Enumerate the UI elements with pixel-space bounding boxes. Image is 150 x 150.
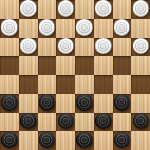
black-piece[interactable] bbox=[1, 94, 18, 111]
square-r2c7[interactable] bbox=[131, 38, 150, 57]
white-piece[interactable] bbox=[132, 0, 149, 17]
square-r4c0[interactable] bbox=[0, 75, 19, 94]
square-r4c2[interactable] bbox=[38, 75, 57, 94]
black-piece[interactable] bbox=[39, 94, 56, 111]
square-r4c7[interactable] bbox=[131, 75, 150, 94]
square-r6c5[interactable] bbox=[94, 113, 113, 132]
black-piece[interactable] bbox=[95, 113, 112, 130]
square-r5c7[interactable] bbox=[131, 94, 150, 113]
square-r6c0[interactable] bbox=[0, 113, 19, 132]
black-piece[interactable] bbox=[114, 132, 131, 149]
square-r3c1[interactable] bbox=[19, 56, 38, 75]
square-r3c0[interactable] bbox=[0, 56, 19, 75]
white-piece[interactable] bbox=[57, 38, 74, 55]
square-r4c6[interactable] bbox=[113, 75, 132, 94]
square-r0c5[interactable] bbox=[94, 0, 113, 19]
white-piece[interactable] bbox=[20, 38, 37, 55]
square-r4c4[interactable] bbox=[75, 75, 94, 94]
white-piece[interactable] bbox=[20, 0, 37, 17]
square-r7c4[interactable] bbox=[75, 131, 94, 150]
square-r2c0[interactable] bbox=[0, 38, 19, 57]
square-r6c4[interactable] bbox=[75, 113, 94, 132]
square-r3c6[interactable] bbox=[113, 56, 132, 75]
square-r7c6[interactable] bbox=[113, 131, 132, 150]
square-r1c4[interactable] bbox=[75, 19, 94, 38]
square-r2c3[interactable] bbox=[56, 38, 75, 57]
square-r6c1[interactable] bbox=[19, 113, 38, 132]
square-r2c1[interactable] bbox=[19, 38, 38, 57]
square-r2c4[interactable] bbox=[75, 38, 94, 57]
square-r1c3[interactable] bbox=[56, 19, 75, 38]
square-r1c7[interactable] bbox=[131, 19, 150, 38]
black-piece[interactable] bbox=[76, 94, 93, 111]
square-r0c4[interactable] bbox=[75, 0, 94, 19]
square-r1c0[interactable] bbox=[0, 19, 19, 38]
square-r6c2[interactable] bbox=[38, 113, 57, 132]
square-r0c0[interactable] bbox=[0, 0, 19, 19]
square-r6c7[interactable] bbox=[131, 113, 150, 132]
square-r2c5[interactable] bbox=[94, 38, 113, 57]
square-r5c2[interactable] bbox=[38, 94, 57, 113]
black-piece[interactable] bbox=[39, 132, 56, 149]
square-r5c4[interactable] bbox=[75, 94, 94, 113]
square-r2c6[interactable] bbox=[113, 38, 132, 57]
square-r2c2[interactable] bbox=[38, 38, 57, 57]
square-r0c3[interactable] bbox=[56, 0, 75, 19]
white-piece[interactable] bbox=[57, 0, 74, 17]
square-r1c2[interactable] bbox=[38, 19, 57, 38]
square-r0c6[interactable] bbox=[113, 0, 132, 19]
black-piece[interactable] bbox=[76, 132, 93, 149]
square-r7c7[interactable] bbox=[131, 131, 150, 150]
square-r7c2[interactable] bbox=[38, 131, 57, 150]
square-r4c5[interactable] bbox=[94, 75, 113, 94]
square-r6c6[interactable] bbox=[113, 113, 132, 132]
square-r3c7[interactable] bbox=[131, 56, 150, 75]
square-r5c3[interactable] bbox=[56, 94, 75, 113]
square-r6c3[interactable] bbox=[56, 113, 75, 132]
square-r0c7[interactable] bbox=[131, 0, 150, 19]
square-r1c5[interactable] bbox=[94, 19, 113, 38]
square-r3c5[interactable] bbox=[94, 56, 113, 75]
square-r7c1[interactable] bbox=[19, 131, 38, 150]
white-piece[interactable] bbox=[39, 19, 56, 36]
square-r7c3[interactable] bbox=[56, 131, 75, 150]
square-r3c4[interactable] bbox=[75, 56, 94, 75]
white-piece[interactable] bbox=[95, 38, 112, 55]
black-piece[interactable] bbox=[20, 113, 37, 130]
square-r0c2[interactable] bbox=[38, 0, 57, 19]
square-r3c2[interactable] bbox=[38, 56, 57, 75]
square-r3c3[interactable] bbox=[56, 56, 75, 75]
black-piece[interactable] bbox=[57, 113, 74, 130]
black-piece[interactable] bbox=[1, 132, 18, 149]
white-piece[interactable] bbox=[132, 38, 149, 55]
square-r5c5[interactable] bbox=[94, 94, 113, 113]
black-piece[interactable] bbox=[132, 113, 149, 130]
square-r7c0[interactable] bbox=[0, 131, 19, 150]
white-piece[interactable] bbox=[114, 19, 131, 36]
checkers-board bbox=[0, 0, 150, 150]
square-r4c1[interactable] bbox=[19, 75, 38, 94]
square-r5c1[interactable] bbox=[19, 94, 38, 113]
square-r1c6[interactable] bbox=[113, 19, 132, 38]
square-r4c3[interactable] bbox=[56, 75, 75, 94]
white-piece[interactable] bbox=[95, 0, 112, 17]
white-piece[interactable] bbox=[76, 19, 93, 36]
white-piece[interactable] bbox=[1, 19, 18, 36]
square-r0c1[interactable] bbox=[19, 0, 38, 19]
square-r5c0[interactable] bbox=[0, 94, 19, 113]
square-r5c6[interactable] bbox=[113, 94, 132, 113]
square-r7c5[interactable] bbox=[94, 131, 113, 150]
black-piece[interactable] bbox=[114, 94, 131, 111]
square-r1c1[interactable] bbox=[19, 19, 38, 38]
